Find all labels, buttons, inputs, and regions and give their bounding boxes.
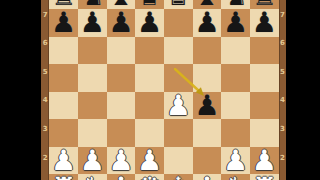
rank-label-4: 4 <box>41 96 49 105</box>
square-d5[interactable] <box>135 64 164 92</box>
square-e4[interactable]: ♟ <box>164 92 193 120</box>
rank-label-5: 5 <box>41 68 49 77</box>
square-g1[interactable]: ♞ <box>221 174 250 180</box>
square-c1[interactable]: ♝ <box>107 174 136 180</box>
square-c4[interactable] <box>107 92 136 120</box>
square-e3[interactable] <box>164 119 193 147</box>
rank-label-3: 3 <box>41 125 49 134</box>
rank-label-4: 4 <box>279 96 287 105</box>
square-b2[interactable]: ♟ <box>78 147 107 175</box>
square-e6[interactable] <box>164 37 193 65</box>
rank-label-6: 6 <box>279 39 287 48</box>
piece-white-pawn[interactable]: ♟ <box>166 92 191 120</box>
square-h2[interactable]: ♟ <box>250 147 279 175</box>
square-e7[interactable] <box>164 9 193 37</box>
piece-black-pawn[interactable]: ♟ <box>252 9 277 37</box>
square-a4[interactable] <box>49 92 78 120</box>
rank-label-3: 3 <box>279 125 287 134</box>
rank-label-7: 7 <box>279 11 287 20</box>
rank-label-2: 2 <box>279 154 287 163</box>
piece-black-pawn[interactable]: ♟ <box>194 92 219 120</box>
piece-white-bishop[interactable]: ♝ <box>194 174 219 180</box>
square-h6[interactable] <box>250 37 279 65</box>
square-b5[interactable] <box>78 64 107 92</box>
piece-black-pawn[interactable]: ♟ <box>108 9 133 37</box>
square-c7[interactable]: ♟ <box>107 9 136 37</box>
piece-white-pawn[interactable]: ♟ <box>137 147 162 175</box>
piece-white-pawn[interactable]: ♟ <box>80 147 105 175</box>
square-f7[interactable]: ♟ <box>193 9 222 37</box>
square-d1[interactable]: ♛ <box>135 174 164 180</box>
piece-black-pawn[interactable]: ♟ <box>51 9 76 37</box>
square-a5[interactable] <box>49 64 78 92</box>
chess-video-frame: 87654321 87654321 ♜♞♝♛♚♝♞♜♟♟♟♟♟♟♟♟♟♟♟♟♟♟… <box>0 0 320 180</box>
square-d6[interactable] <box>135 37 164 65</box>
square-b7[interactable]: ♟ <box>78 9 107 37</box>
square-b6[interactable] <box>78 37 107 65</box>
piece-white-queen[interactable]: ♛ <box>137 174 162 180</box>
letterbox-left <box>0 0 41 180</box>
square-a1[interactable]: ♜ <box>49 174 78 180</box>
square-f4[interactable]: ♟ <box>193 92 222 120</box>
rank-label-6: 6 <box>41 39 49 48</box>
rank-label-2: 2 <box>41 154 49 163</box>
square-h4[interactable] <box>250 92 279 120</box>
piece-white-rook[interactable]: ♜ <box>252 174 277 180</box>
piece-white-king[interactable]: ♚ <box>166 174 191 180</box>
piece-black-pawn[interactable]: ♟ <box>194 9 219 37</box>
square-d4[interactable] <box>135 92 164 120</box>
piece-white-knight[interactable]: ♞ <box>223 174 248 180</box>
square-b4[interactable] <box>78 92 107 120</box>
square-c2[interactable]: ♟ <box>107 147 136 175</box>
square-h1[interactable]: ♜ <box>250 174 279 180</box>
square-e8[interactable]: ♚ <box>164 0 193 9</box>
square-a2[interactable]: ♟ <box>49 147 78 175</box>
square-b1[interactable]: ♞ <box>78 174 107 180</box>
letterbox-right <box>286 0 320 180</box>
piece-white-pawn[interactable]: ♟ <box>252 147 277 175</box>
rank-labels-left-strip: 87654321 <box>41 0 49 180</box>
square-g6[interactable] <box>221 37 250 65</box>
piece-white-knight[interactable]: ♞ <box>80 174 105 180</box>
piece-white-pawn[interactable]: ♟ <box>108 147 133 175</box>
square-a6[interactable] <box>49 37 78 65</box>
square-g7[interactable]: ♟ <box>221 9 250 37</box>
square-a7[interactable]: ♟ <box>49 9 78 37</box>
square-g3[interactable] <box>221 119 250 147</box>
square-h5[interactable] <box>250 64 279 92</box>
square-f5[interactable] <box>193 64 222 92</box>
square-f6[interactable] <box>193 37 222 65</box>
square-f2[interactable] <box>193 147 222 175</box>
square-c6[interactable] <box>107 37 136 65</box>
square-e2[interactable] <box>164 147 193 175</box>
square-h7[interactable]: ♟ <box>250 9 279 37</box>
square-c3[interactable] <box>107 119 136 147</box>
square-d7[interactable]: ♟ <box>135 9 164 37</box>
piece-white-pawn[interactable]: ♟ <box>51 147 76 175</box>
piece-white-rook[interactable]: ♜ <box>51 174 76 180</box>
chessboard: ♜♞♝♛♚♝♞♜♟♟♟♟♟♟♟♟♟♟♟♟♟♟♟♜♞♝♛♚♝♞♜ <box>49 0 278 180</box>
piece-white-bishop[interactable]: ♝ <box>108 174 133 180</box>
rank-label-7: 7 <box>41 11 49 20</box>
piece-black-pawn[interactable]: ♟ <box>80 9 105 37</box>
piece-black-pawn[interactable]: ♟ <box>137 9 162 37</box>
square-d2[interactable]: ♟ <box>135 147 164 175</box>
square-f3[interactable] <box>193 119 222 147</box>
square-g2[interactable]: ♟ <box>221 147 250 175</box>
square-b3[interactable] <box>78 119 107 147</box>
rank-labels-right-strip: 87654321 <box>279 0 287 180</box>
square-f1[interactable]: ♝ <box>193 174 222 180</box>
piece-white-pawn[interactable]: ♟ <box>223 147 248 175</box>
piece-black-pawn[interactable]: ♟ <box>223 9 248 37</box>
square-g4[interactable] <box>221 92 250 120</box>
square-g5[interactable] <box>221 64 250 92</box>
square-c5[interactable] <box>107 64 136 92</box>
square-d3[interactable] <box>135 119 164 147</box>
piece-black-king[interactable]: ♚ <box>166 0 191 9</box>
square-a3[interactable] <box>49 119 78 147</box>
square-e1[interactable]: ♚ <box>164 174 193 180</box>
square-e5[interactable] <box>164 64 193 92</box>
square-h3[interactable] <box>250 119 279 147</box>
rank-label-5: 5 <box>279 68 287 77</box>
